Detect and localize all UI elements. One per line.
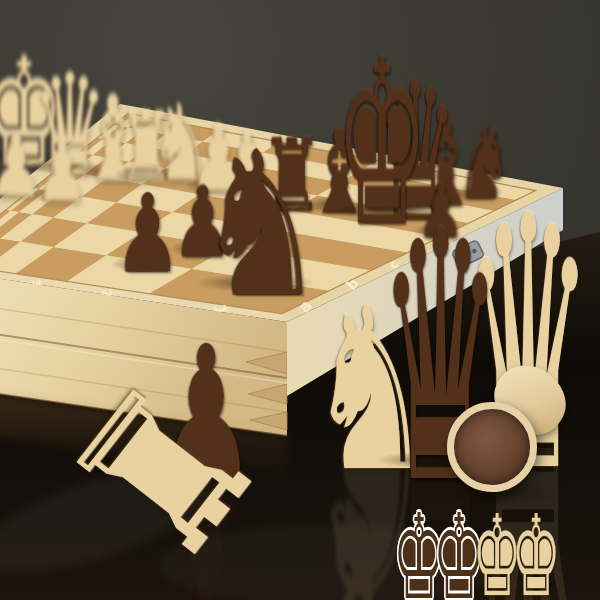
chess-board: 123abc (0, 0, 600, 600)
chess-set-photo-scene: 123abc ♚♛♝♜♞♟♟♟♟♟♟♞♜♝♚♛♝♞♟♟♟♜♞♞♛♛♛♛ ♚♚♚♚ (0, 0, 600, 600)
board-photo-svg: 123abc (0, 0, 600, 600)
felt-base (447, 402, 537, 492)
